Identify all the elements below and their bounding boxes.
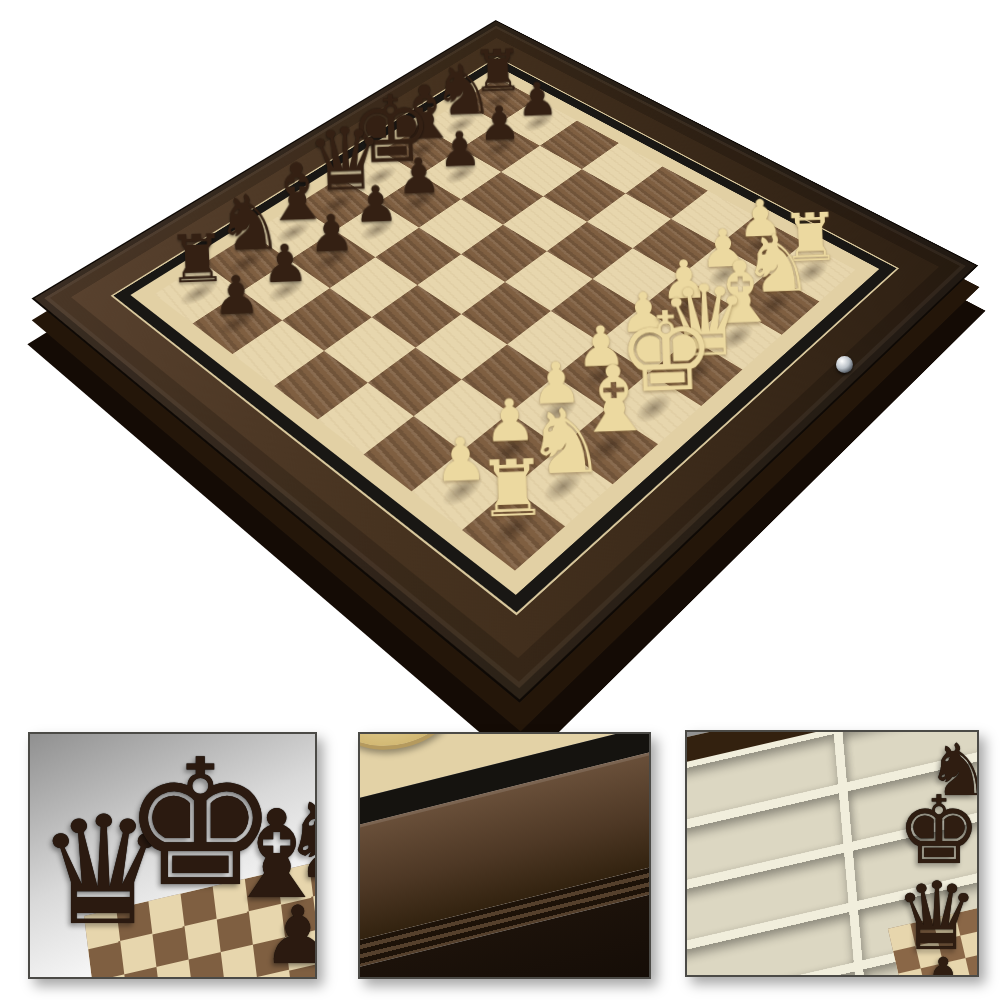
thumbnail-storage-drawer[interactable]: ♞ ♚ ♛ ♟ bbox=[685, 730, 979, 977]
white-rook-icon: ♜ bbox=[474, 449, 550, 529]
black-pawn-a7: ♟ bbox=[193, 291, 283, 354]
black-pawn-icon: ♟ bbox=[915, 950, 971, 977]
thumbnail-dark-pieces[interactable]: ♛ ♚ ♝ ♞ ♟ bbox=[28, 732, 317, 979]
white-pawn-base bbox=[358, 732, 468, 759]
product-photo-collage: ♜♞♟♝♟♛♟♚♟♝♟♞♟♟♜♟♟♜♟♟♞♟♝♟♚♟♛♟♝♟♞♜ ♛ ♚ ♝ ♞… bbox=[0, 0, 1000, 1000]
thumbnail-frame-corner[interactable] bbox=[358, 732, 651, 979]
black-pawn-icon: ♟ bbox=[204, 268, 269, 323]
black-knight-icon: ♞ bbox=[280, 784, 317, 894]
black-pawn-icon: ♟ bbox=[262, 896, 317, 976]
drawer-knob[interactable] bbox=[836, 356, 853, 373]
frame-corner-molding bbox=[358, 732, 651, 979]
main-photo: ♜♞♟♝♟♛♟♚♟♝♟♞♟♟♜♟♟♜♟♟♞♟♝♟♚♟♛♟♝♟♞♜ bbox=[0, 0, 1000, 730]
